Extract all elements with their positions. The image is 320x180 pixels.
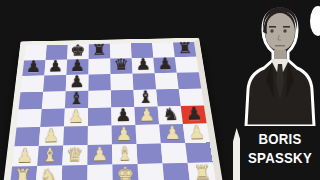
square-g7[interactable]: ♟ [153,57,176,73]
piece-white-king[interactable]: ♚ [116,164,134,180]
square-b2[interactable]: ♝ [37,146,63,167]
player-first-name: BORIS [245,129,315,148]
player-panel: BORIS SPASSKY [240,0,320,180]
square-d7[interactable] [88,59,110,75]
square-h1[interactable]: ♜ [188,162,216,180]
player-last-name: SPASSKY [245,148,315,167]
square-b6[interactable] [43,75,66,92]
square-g1[interactable] [163,163,191,180]
square-c1[interactable] [61,165,87,180]
piece-black-pawn[interactable]: ♟ [115,106,132,124]
square-a5[interactable] [19,92,44,110]
piece-black-queen[interactable]: ♛ [114,57,130,73]
square-d1[interactable] [87,164,113,180]
square-g3[interactable]: ♟ [159,124,185,143]
square-c2[interactable]: ♛ [62,145,87,166]
square-f4[interactable]: ♟ [134,107,159,125]
square-f2[interactable] [136,143,162,163]
piece-white-pawn[interactable]: ♟ [91,144,108,163]
piece-white-pawn[interactable]: ♟ [16,146,34,165]
piece-white-queen[interactable]: ♛ [66,145,83,164]
piece-black-pawn[interactable]: ♟ [135,56,151,72]
piece-white-pawn[interactable]: ♟ [115,125,132,143]
square-b5[interactable] [42,91,66,109]
piece-white-pawn[interactable]: ♟ [68,107,84,125]
square-f7[interactable]: ♟ [132,58,155,74]
piece-white-pawn[interactable]: ♟ [43,126,60,144]
piece-white-bishop[interactable]: ♝ [116,144,134,163]
piece-black-bishop[interactable]: ♝ [137,88,154,105]
square-a4[interactable] [17,109,42,128]
square-e7[interactable]: ♛ [110,58,132,74]
piece-white-knight[interactable]: ♞ [40,166,58,180]
square-e6[interactable] [111,74,134,91]
piece-black-pawn[interactable]: ♟ [26,59,41,75]
player-portrait [242,2,318,128]
square-f3[interactable] [135,125,160,144]
piece-black-pawn[interactable]: ♟ [48,58,63,74]
square-a1[interactable]: ♜ [10,166,37,180]
square-f1[interactable] [137,163,164,180]
piece-white-rook[interactable]: ♜ [193,163,212,180]
square-g6[interactable] [155,73,179,90]
piece-white-rook[interactable]: ♜ [14,166,32,180]
chess-board-frame: ♚♜♜♟♟♟♛♟♟♟♝♝♟♟♟♞♟♟♟♟♟♟♝♛♟♝♜♞♚♜ [2,38,224,180]
piece-black-pawn[interactable]: ♟ [186,105,203,123]
square-b7[interactable]: ♟ [44,59,67,75]
piece-black-rook[interactable]: ♜ [92,42,107,57]
piece-black-knight[interactable]: ♞ [162,105,179,123]
square-b1[interactable]: ♞ [36,166,63,180]
screenshot: ♚♜♜♟♟♟♛♟♟♟♝♝♟♟♟♞♟♟♟♟♟♟♝♛♟♝♜♞♚♜ [0,0,320,180]
square-h6[interactable] [177,72,202,89]
square-d5[interactable] [88,90,111,108]
spassky-portrait-graphic [242,2,318,126]
square-a7[interactable]: ♟ [22,60,45,76]
square-h7[interactable] [175,57,199,73]
square-g2[interactable] [161,143,188,163]
square-d8[interactable]: ♜ [89,44,111,59]
chess-board: ♚♜♜♟♟♟♛♟♟♟♝♝♟♟♟♞♟♟♟♟♟♟♝♛♟♝♜♞♚♜ [10,42,216,180]
piece-white-pawn[interactable]: ♟ [164,124,182,142]
piece-black-bishop[interactable]: ♝ [68,90,84,107]
square-h3[interactable]: ♟ [183,124,210,143]
square-a6[interactable] [20,75,44,92]
piece-black-rook[interactable]: ♜ [177,40,193,55]
square-h8[interactable]: ♜ [173,42,196,57]
sticker-edge-decoration [310,6,320,36]
square-e1[interactable]: ♚ [112,164,138,180]
square-a2[interactable]: ♟ [12,146,39,167]
piece-white-bishop[interactable]: ♝ [41,145,58,164]
square-d4[interactable] [88,108,112,127]
square-c4[interactable]: ♟ [64,108,88,127]
piece-black-pawn[interactable]: ♟ [157,56,173,72]
player-name: BORIS SPASSKY [245,129,315,167]
square-d6[interactable] [88,74,111,91]
piece-white-pawn[interactable]: ♟ [188,123,206,141]
piece-white-pawn[interactable]: ♟ [138,106,155,124]
square-d2[interactable]: ♟ [87,144,112,165]
